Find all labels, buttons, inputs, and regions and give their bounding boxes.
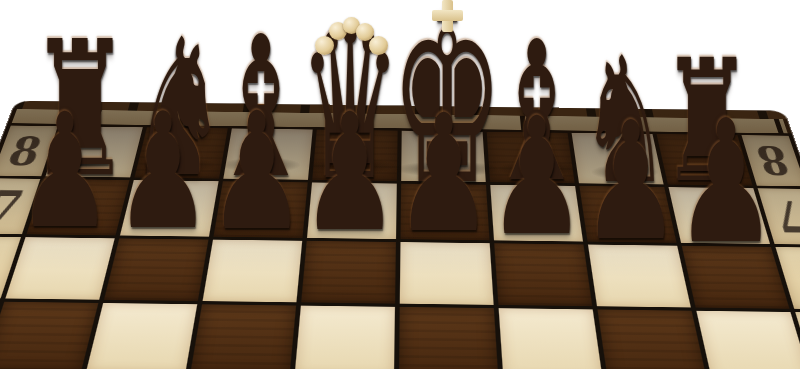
square-h8 <box>657 134 753 186</box>
square-b8 <box>134 127 227 178</box>
square-f6 <box>494 243 592 306</box>
square-b7 <box>120 180 219 237</box>
square-e8 <box>401 131 486 182</box>
king-cross-finial <box>442 0 453 32</box>
square-g7 <box>579 186 676 243</box>
rank-label-right: 7 <box>768 191 800 242</box>
square-h5 <box>696 311 800 369</box>
chess-board: 8877 <box>0 101 800 369</box>
square-c6 <box>203 240 303 303</box>
rank-label-left: 8 <box>3 128 48 174</box>
square-f8 <box>487 132 575 183</box>
queen-crown-ball-finial <box>329 22 347 40</box>
square-h6 <box>682 246 790 309</box>
square-d6 <box>301 241 396 304</box>
square-f5 <box>499 308 603 369</box>
board-grid: 8877 <box>0 123 800 369</box>
queen-crown-ball-finial <box>315 36 334 55</box>
queen-crown-ball-finial <box>356 23 374 41</box>
square-a5 <box>0 302 98 369</box>
rank-label-right: 8 <box>751 137 795 183</box>
square-f7 <box>490 185 583 242</box>
square-a6 <box>5 237 114 300</box>
square-a8 <box>45 126 142 177</box>
square-e7 <box>401 184 490 241</box>
square-c8 <box>223 128 312 179</box>
square-b6 <box>104 238 209 301</box>
square-d8 <box>312 130 397 181</box>
queen-crown-ball-finial <box>343 17 360 34</box>
square-g8 <box>572 133 664 185</box>
square-g5 <box>597 309 706 369</box>
chess-set-photo: 8877 ♜♞♝♛♚♝♞♜♟♟♟♟♟♟♟♟ <box>0 0 800 369</box>
square-h7 <box>669 187 771 244</box>
square-d5 <box>295 306 395 369</box>
square-g6 <box>588 245 691 308</box>
square-d7 <box>307 182 397 239</box>
rank-label-left: 7 <box>0 181 30 232</box>
square-e5 <box>399 307 498 369</box>
square-a7 <box>26 179 129 235</box>
queen-crown-ball-finial <box>369 36 388 55</box>
square-e6 <box>400 242 494 305</box>
square-c5 <box>190 304 296 369</box>
square-b5 <box>86 303 197 369</box>
square-c7 <box>213 181 307 238</box>
